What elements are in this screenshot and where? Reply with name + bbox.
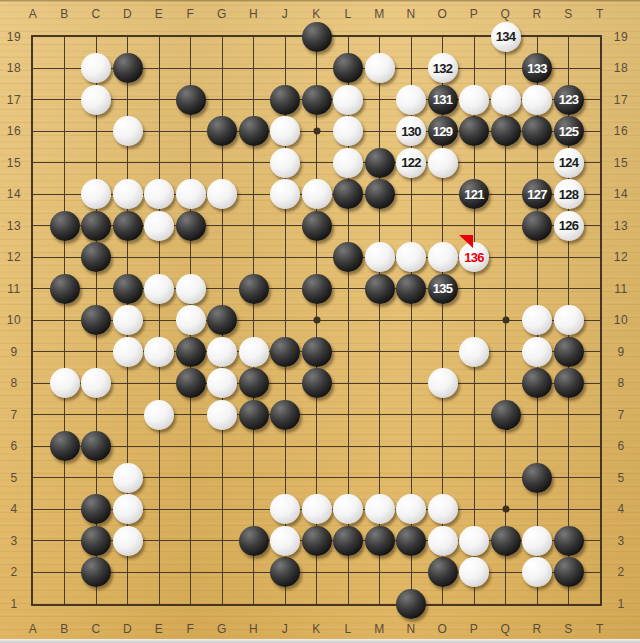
stone-black-K13[interactable] [302, 211, 332, 241]
stone-black-M15[interactable] [365, 148, 395, 178]
stone-black-J17[interactable] [270, 85, 300, 115]
stone-white-E7[interactable] [144, 400, 174, 430]
row-label-right: 9 [617, 345, 624, 359]
stone-black-O11[interactable]: 135 [428, 274, 458, 304]
column-label-bottom: S [564, 622, 573, 636]
stone-white-B8[interactable] [50, 368, 80, 398]
stone-black-S3[interactable] [554, 526, 584, 556]
stone-black-J7[interactable] [270, 400, 300, 430]
row-label-right: 15 [614, 156, 628, 170]
column-label-top: A [29, 7, 38, 21]
stone-white-S10[interactable] [554, 305, 584, 335]
stone-white-R2[interactable] [522, 557, 552, 587]
stone-white-N4[interactable] [396, 494, 426, 524]
move-number: 125 [559, 125, 578, 138]
row-label-right: 17 [614, 93, 628, 107]
stone-black-B13[interactable] [50, 211, 80, 241]
row-label-right: 16 [614, 124, 628, 138]
stone-white-J14[interactable] [270, 179, 300, 209]
column-label-top: C [91, 7, 100, 21]
stone-black-M14[interactable] [365, 179, 395, 209]
stone-black-H7[interactable] [239, 400, 269, 430]
column-label-top: O [438, 7, 448, 21]
column-label-bottom: Q [501, 622, 511, 636]
stone-white-S13[interactable]: 126 [554, 211, 584, 241]
stone-white-C18[interactable] [81, 53, 111, 83]
stone-black-Q16[interactable] [491, 116, 521, 146]
stone-white-N12[interactable] [396, 242, 426, 272]
row-label-right: 11 [614, 282, 627, 296]
stone-black-R5[interactable] [522, 463, 552, 493]
stone-black-K11[interactable] [302, 274, 332, 304]
stone-black-S8[interactable] [554, 368, 584, 398]
stone-white-S15[interactable]: 124 [554, 148, 584, 178]
stone-white-F10[interactable] [176, 305, 206, 335]
column-label-bottom: D [123, 622, 132, 636]
column-label-top: S [564, 7, 573, 21]
row-label-right: 10 [614, 313, 628, 327]
column-label-top: R [532, 7, 541, 21]
stone-black-F9[interactable] [176, 337, 206, 367]
column-label-bottom: K [312, 622, 321, 636]
stone-black-L14[interactable] [333, 179, 363, 209]
stone-white-D3[interactable] [113, 526, 143, 556]
stone-white-J16[interactable] [270, 116, 300, 146]
stone-black-K19[interactable] [302, 22, 332, 52]
stone-black-G10[interactable] [207, 305, 237, 335]
row-label-right: 19 [614, 30, 628, 44]
column-label-top: M [374, 7, 385, 21]
stone-white-R17[interactable] [522, 85, 552, 115]
stone-white-O3[interactable] [428, 526, 458, 556]
goban-frame: AABBCCDDEEFFGGHHJJKKLLMMNNOOPPQQRRSSTT19… [0, 0, 640, 643]
stone-white-D16[interactable] [113, 116, 143, 146]
stone-black-M3[interactable] [365, 526, 395, 556]
stone-black-H11[interactable] [239, 274, 269, 304]
stone-black-R14[interactable]: 127 [522, 179, 552, 209]
stone-black-H8[interactable] [239, 368, 269, 398]
stone-black-H3[interactable] [239, 526, 269, 556]
column-label-bottom: R [532, 622, 541, 636]
column-label-top: Q [501, 7, 511, 21]
stone-white-O15[interactable] [428, 148, 458, 178]
stone-black-N1[interactable] [396, 589, 426, 619]
move-number: 135 [433, 282, 452, 295]
stone-white-F11[interactable] [176, 274, 206, 304]
stone-black-H16[interactable] [239, 116, 269, 146]
stone-white-L4[interactable] [333, 494, 363, 524]
stone-white-M18[interactable] [365, 53, 395, 83]
stone-white-P12[interactable]: 136 [459, 242, 489, 272]
column-label-top: F [187, 7, 195, 21]
stone-black-C10[interactable] [81, 305, 111, 335]
bottom-edge-strip [0, 639, 640, 643]
move-number: 136 [464, 251, 483, 264]
stone-white-Q17[interactable] [491, 85, 521, 115]
column-label-top: L [344, 7, 351, 21]
stone-white-N17[interactable] [396, 85, 426, 115]
stone-black-N3[interactable] [396, 526, 426, 556]
stone-white-S14[interactable]: 128 [554, 179, 584, 209]
column-label-bottom: F [187, 622, 195, 636]
stone-white-C17[interactable] [81, 85, 111, 115]
stone-black-P14[interactable]: 121 [459, 179, 489, 209]
stone-black-P16[interactable] [459, 116, 489, 146]
stone-black-Q7[interactable] [491, 400, 521, 430]
stone-white-H9[interactable] [239, 337, 269, 367]
stone-black-J2[interactable] [270, 557, 300, 587]
stone-white-C14[interactable] [81, 179, 111, 209]
row-label-right: 7 [617, 408, 624, 422]
row-label-right: 5 [617, 471, 624, 485]
stone-white-D5[interactable] [113, 463, 143, 493]
stone-black-S9[interactable] [554, 337, 584, 367]
stone-black-N11[interactable] [396, 274, 426, 304]
stone-black-F8[interactable] [176, 368, 206, 398]
stone-white-O18[interactable]: 132 [428, 53, 458, 83]
stone-black-F17[interactable] [176, 85, 206, 115]
move-number: 133 [527, 62, 546, 75]
stone-white-P3[interactable] [459, 526, 489, 556]
stone-white-G9[interactable] [207, 337, 237, 367]
stone-black-O16[interactable]: 129 [428, 116, 458, 146]
move-number: 129 [433, 125, 452, 138]
stone-white-G8[interactable] [207, 368, 237, 398]
stone-white-N15[interactable]: 122 [396, 148, 426, 178]
column-label-bottom: G [217, 622, 227, 636]
last-move-marker [459, 235, 473, 248]
stone-black-C2[interactable] [81, 557, 111, 587]
column-label-bottom: A [29, 622, 38, 636]
stone-black-L3[interactable] [333, 526, 363, 556]
move-number: 128 [559, 188, 578, 201]
stone-white-D10[interactable] [113, 305, 143, 335]
row-label-right: 2 [617, 565, 624, 579]
stone-black-S16[interactable]: 125 [554, 116, 584, 146]
row-label-right: 12 [614, 250, 628, 264]
row-label-right: 8 [617, 376, 624, 390]
column-label-top: B [60, 7, 69, 21]
column-label-bottom: O [438, 622, 448, 636]
stone-white-O12[interactable] [428, 242, 458, 272]
move-number: 121 [464, 188, 483, 201]
stone-black-L18[interactable] [333, 53, 363, 83]
stone-black-D13[interactable] [113, 211, 143, 241]
row-label-right: 14 [614, 187, 628, 201]
stone-black-K8[interactable] [302, 368, 332, 398]
move-number: 124 [559, 156, 578, 169]
stone-white-O8[interactable] [428, 368, 458, 398]
stone-white-C8[interactable] [81, 368, 111, 398]
move-number: 122 [401, 156, 420, 169]
stone-black-S17[interactable]: 123 [554, 85, 584, 115]
stone-white-M12[interactable] [365, 242, 395, 272]
stone-white-E13[interactable] [144, 211, 174, 241]
column-label-bottom: H [249, 622, 258, 636]
stone-black-D11[interactable] [113, 274, 143, 304]
stone-white-M4[interactable] [365, 494, 395, 524]
stone-white-E14[interactable] [144, 179, 174, 209]
row-label-right: 13 [614, 219, 628, 233]
move-number: 130 [401, 125, 420, 138]
stone-white-P17[interactable] [459, 85, 489, 115]
stone-white-P2[interactable] [459, 557, 489, 587]
stone-black-D18[interactable] [113, 53, 143, 83]
column-label-bottom: J [282, 622, 289, 636]
column-label-bottom: T [596, 622, 604, 636]
row-label-right: 18 [614, 61, 628, 75]
top-edge-shading [0, 0, 640, 2]
stone-black-S2[interactable] [554, 557, 584, 587]
column-label-bottom: L [344, 622, 351, 636]
stone-white-J15[interactable] [270, 148, 300, 178]
stone-black-F13[interactable] [176, 211, 206, 241]
column-label-top: E [155, 7, 164, 21]
stone-white-J3[interactable] [270, 526, 300, 556]
move-number: 123 [559, 93, 578, 106]
stone-white-R10[interactable] [522, 305, 552, 335]
stone-black-G16[interactable] [207, 116, 237, 146]
row-label-right: 1 [617, 597, 624, 611]
stone-white-L16[interactable] [333, 116, 363, 146]
move-number: 134 [496, 30, 515, 43]
stone-black-R18[interactable]: 133 [522, 53, 552, 83]
stone-white-P9[interactable] [459, 337, 489, 367]
column-label-bottom: C [91, 622, 100, 636]
stone-white-J4[interactable] [270, 494, 300, 524]
column-label-top: D [123, 7, 132, 21]
row-label-right: 6 [617, 439, 624, 453]
row-label-right: 3 [617, 534, 624, 548]
column-label-top: N [406, 7, 415, 21]
stone-black-R16[interactable] [522, 116, 552, 146]
stone-white-R3[interactable] [522, 526, 552, 556]
stone-black-L12[interactable] [333, 242, 363, 272]
goban-grid[interactable]: 1331311231291251211271351341321301221241… [17, 21, 616, 620]
stone-white-E11[interactable] [144, 274, 174, 304]
stone-white-G7[interactable] [207, 400, 237, 430]
stone-black-C6[interactable] [81, 431, 111, 461]
stone-black-C3[interactable] [81, 526, 111, 556]
stone-white-D14[interactable] [113, 179, 143, 209]
column-label-top: H [249, 7, 258, 21]
move-number: 132 [433, 62, 452, 75]
move-number: 127 [527, 188, 546, 201]
stone-white-O4[interactable] [428, 494, 458, 524]
stone-black-R8[interactable] [522, 368, 552, 398]
stone-white-G14[interactable] [207, 179, 237, 209]
column-label-bottom: B [60, 622, 69, 636]
stone-white-R9[interactable] [522, 337, 552, 367]
column-label-bottom: P [470, 622, 479, 636]
stone-black-C13[interactable] [81, 211, 111, 241]
stone-white-K14[interactable] [302, 179, 332, 209]
column-label-top: K [312, 7, 321, 21]
stone-black-Q3[interactable] [491, 526, 521, 556]
stone-black-B6[interactable] [50, 431, 80, 461]
column-label-top: G [217, 7, 227, 21]
stone-white-D4[interactable] [113, 494, 143, 524]
stone-white-E9[interactable] [144, 337, 174, 367]
stone-black-O17[interactable]: 131 [428, 85, 458, 115]
move-number: 126 [559, 219, 578, 232]
column-label-top: P [470, 7, 479, 21]
row-label-right: 4 [617, 502, 624, 516]
stone-black-K17[interactable] [302, 85, 332, 115]
column-label-bottom: M [374, 622, 385, 636]
stone-white-D9[interactable] [113, 337, 143, 367]
stone-black-R13[interactable] [522, 211, 552, 241]
stone-black-K3[interactable] [302, 526, 332, 556]
stone-black-O2[interactable] [428, 557, 458, 587]
stone-black-C12[interactable] [81, 242, 111, 272]
move-number: 131 [433, 93, 452, 106]
stone-black-M11[interactable] [365, 274, 395, 304]
column-label-top: T [596, 7, 604, 21]
stone-white-Q19[interactable]: 134 [491, 22, 521, 52]
stone-white-L17[interactable] [333, 85, 363, 115]
stone-white-L15[interactable] [333, 148, 363, 178]
stone-white-N16[interactable]: 130 [396, 116, 426, 146]
column-label-bottom: E [155, 622, 164, 636]
stone-black-C4[interactable] [81, 494, 111, 524]
stone-black-B11[interactable] [50, 274, 80, 304]
stone-white-F14[interactable] [176, 179, 206, 209]
column-label-top: J [282, 7, 289, 21]
stone-black-J9[interactable] [270, 337, 300, 367]
column-label-bottom: N [406, 622, 415, 636]
stone-black-K9[interactable] [302, 337, 332, 367]
stone-white-K4[interactable] [302, 494, 332, 524]
